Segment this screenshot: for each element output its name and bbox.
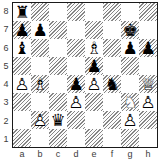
square-f5[interactable] (103, 57, 121, 75)
square-e7[interactable] (85, 21, 103, 39)
white-pawn-fill: ♟ (67, 93, 85, 111)
white-knight-fill: ♞ (121, 93, 139, 111)
square-e6[interactable]: ♝♗ (85, 39, 103, 57)
square-h3[interactable]: ♟♙ (139, 93, 157, 111)
rank-label-5: 5 (0, 57, 12, 75)
square-a7[interactable]: ♟ (13, 21, 31, 39)
square-f2[interactable] (103, 111, 121, 129)
rank-label-2: 2 (0, 112, 12, 130)
piece-white-pawn: ♙ (139, 93, 157, 111)
rank-label-1: 1 (0, 130, 12, 148)
file-label-f: f (103, 147, 121, 160)
square-h4[interactable]: ♛♕ (139, 75, 157, 93)
piece-black-pawn: ♟ (13, 21, 31, 39)
square-h5[interactable] (139, 57, 157, 75)
piece-white-pawn: ♙ (31, 111, 49, 129)
white-pawn-fill: ♟ (31, 111, 49, 129)
square-c8[interactable] (49, 3, 67, 21)
square-b1[interactable] (31, 129, 49, 147)
square-f3[interactable] (103, 93, 121, 111)
piece-black-pawn: ♟ (139, 39, 157, 57)
file-label-g: g (121, 147, 139, 160)
white-pawn-fill: ♟ (85, 75, 103, 93)
piece-black-pawn: ♟ (85, 57, 103, 75)
piece-white-pawn: ♙ (67, 93, 85, 111)
square-e4[interactable]: ♟♙ (85, 75, 103, 93)
square-d4[interactable]: ♟ (67, 75, 85, 93)
square-g1[interactable] (121, 129, 139, 147)
chess-diagram: 87654321 ♜♟♟♚♝♝♗♟♟♟♟♙♝♗♟♟♙♞♛♕♟♙♞♘♟♙♟♙♛♟♙… (0, 0, 162, 160)
square-f1[interactable] (103, 129, 121, 147)
square-g3[interactable]: ♞♘ (121, 93, 139, 111)
file-label-h: h (139, 147, 157, 160)
square-g8[interactable] (121, 3, 139, 21)
white-queen-fill: ♛ (139, 75, 157, 93)
file-label-e: e (85, 147, 103, 160)
square-f6[interactable] (103, 39, 121, 57)
square-h6[interactable]: ♟ (139, 39, 157, 57)
square-d3[interactable]: ♟♙ (67, 93, 85, 111)
white-bishop-fill: ♝ (85, 39, 103, 57)
square-f8[interactable] (103, 3, 121, 21)
square-e2[interactable] (85, 111, 103, 129)
square-b7[interactable]: ♟ (31, 21, 49, 39)
square-d8[interactable] (67, 3, 85, 21)
square-b6[interactable] (31, 39, 49, 57)
file-label-d: d (67, 147, 85, 160)
square-a8[interactable]: ♜ (13, 3, 31, 21)
square-f7[interactable] (103, 21, 121, 39)
piece-black-pawn: ♟ (67, 75, 85, 93)
square-c2[interactable]: ♛ (49, 111, 67, 129)
file-label-b: b (31, 147, 49, 160)
square-g6[interactable]: ♟ (121, 39, 139, 57)
square-d2[interactable] (67, 111, 85, 129)
piece-black-bishop: ♝ (13, 39, 31, 57)
square-c5[interactable] (49, 57, 67, 75)
file-labels: abcdefgh (13, 147, 157, 160)
square-d7[interactable] (67, 21, 85, 39)
chess-board: ♜♟♟♚♝♝♗♟♟♟♟♙♝♗♟♟♙♞♛♕♟♙♞♘♟♙♟♙♛♟♙ (12, 2, 158, 148)
square-g2[interactable]: ♟♙ (121, 111, 139, 129)
square-g4[interactable] (121, 75, 139, 93)
square-a6[interactable]: ♝ (13, 39, 31, 57)
rank-labels: 87654321 (0, 2, 12, 148)
square-b8[interactable] (31, 3, 49, 21)
square-e1[interactable] (85, 129, 103, 147)
white-pawn-fill: ♟ (13, 75, 31, 93)
piece-white-queen: ♕ (139, 75, 157, 93)
piece-white-pawn: ♙ (121, 111, 139, 129)
white-bishop-fill: ♝ (31, 75, 49, 93)
square-h1[interactable] (139, 129, 157, 147)
square-c4[interactable] (49, 75, 67, 93)
file-label-c: c (49, 147, 67, 160)
piece-white-bishop: ♗ (31, 75, 49, 93)
square-b5[interactable] (31, 57, 49, 75)
piece-white-bishop: ♗ (85, 39, 103, 57)
piece-white-pawn: ♙ (13, 75, 31, 93)
square-c1[interactable] (49, 129, 67, 147)
square-a4[interactable]: ♟♙ (13, 75, 31, 93)
square-a2[interactable] (13, 111, 31, 129)
square-b2[interactable]: ♟♙ (31, 111, 49, 129)
square-g5[interactable] (121, 57, 139, 75)
rank-label-8: 8 (0, 2, 12, 20)
piece-black-queen: ♛ (49, 111, 67, 129)
square-c7[interactable] (49, 21, 67, 39)
square-f4[interactable]: ♞ (103, 75, 121, 93)
square-g7[interactable]: ♚ (121, 21, 139, 39)
square-d6[interactable] (67, 39, 85, 57)
square-a5[interactable] (13, 57, 31, 75)
square-a1[interactable] (13, 129, 31, 147)
square-e8[interactable] (85, 3, 103, 21)
square-c6[interactable] (49, 39, 67, 57)
piece-white-pawn: ♙ (85, 75, 103, 93)
square-a3[interactable] (13, 93, 31, 111)
piece-black-rook: ♜ (13, 3, 31, 21)
piece-black-king: ♚ (121, 21, 139, 39)
square-b3[interactable] (31, 93, 49, 111)
square-e5[interactable]: ♟ (85, 57, 103, 75)
square-e3[interactable] (85, 93, 103, 111)
piece-black-knight: ♞ (103, 75, 121, 93)
rank-label-3: 3 (0, 93, 12, 111)
rank-label-6: 6 (0, 39, 12, 57)
square-b4[interactable]: ♝♗ (31, 75, 49, 93)
piece-black-pawn: ♟ (31, 21, 49, 39)
rank-label-4: 4 (0, 75, 12, 93)
piece-white-knight: ♘ (121, 93, 139, 111)
square-h2[interactable] (139, 111, 157, 129)
square-c3[interactable] (49, 93, 67, 111)
white-pawn-fill: ♟ (139, 93, 157, 111)
square-h8[interactable] (139, 3, 157, 21)
square-d5[interactable] (67, 57, 85, 75)
square-d1[interactable] (67, 129, 85, 147)
piece-black-pawn: ♟ (121, 39, 139, 57)
file-label-a: a (13, 147, 31, 160)
rank-label-7: 7 (0, 20, 12, 38)
white-pawn-fill: ♟ (121, 111, 139, 129)
square-h7[interactable] (139, 21, 157, 39)
